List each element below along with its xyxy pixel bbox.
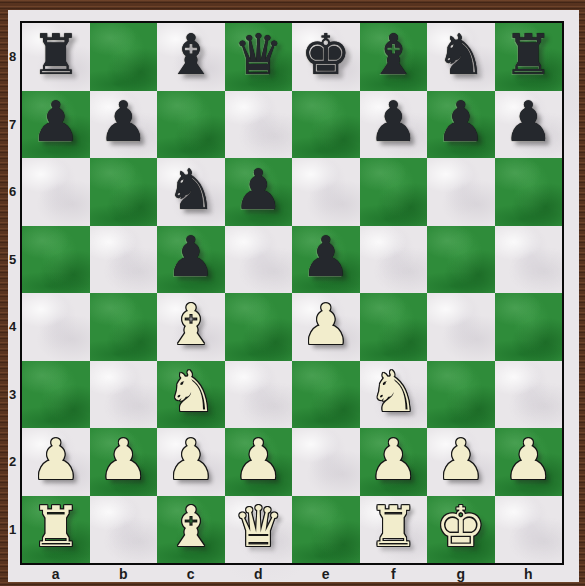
piece-black-bishop-c8[interactable]: ♝ xyxy=(166,27,216,83)
square-g6[interactable] xyxy=(427,158,495,226)
square-e4[interactable]: ♟ xyxy=(292,293,360,361)
rank-label-4: 4 xyxy=(6,293,19,361)
piece-white-queen-d1[interactable]: ♛ xyxy=(233,499,283,555)
piece-white-bishop-c4[interactable]: ♝ xyxy=(166,297,216,353)
piece-black-pawn-a7[interactable]: ♟ xyxy=(31,94,81,150)
square-f4[interactable] xyxy=(360,293,428,361)
piece-black-pawn-g7[interactable]: ♟ xyxy=(436,94,486,150)
square-e3[interactable] xyxy=(292,361,360,429)
square-h7[interactable]: ♟ xyxy=(495,91,563,159)
file-label-b: b xyxy=(90,565,158,582)
file-label-d: d xyxy=(225,565,293,582)
square-e5[interactable]: ♟ xyxy=(292,226,360,294)
file-labels: abcdefgh xyxy=(22,565,562,582)
file-label-a: a xyxy=(22,565,90,582)
square-d8[interactable]: ♛ xyxy=(225,23,293,91)
chess-diagram: 87654321 ♜♝♛♚♝♞♜♟♟♟♟♟♞♟♟♟♝♟♞♞♟♟♟♟♟♟♟♜♝♛♜… xyxy=(0,0,585,586)
square-c5[interactable]: ♟ xyxy=(157,226,225,294)
rank-label-2: 2 xyxy=(6,428,19,496)
square-h8[interactable]: ♜ xyxy=(495,23,563,91)
piece-white-knight-f3[interactable]: ♞ xyxy=(368,364,418,420)
square-b2[interactable]: ♟ xyxy=(90,428,158,496)
square-c7[interactable] xyxy=(157,91,225,159)
square-b6[interactable] xyxy=(90,158,158,226)
square-a7[interactable]: ♟ xyxy=(22,91,90,159)
piece-white-king-g1[interactable]: ♚ xyxy=(436,499,486,555)
square-b7[interactable]: ♟ xyxy=(90,91,158,159)
piece-white-knight-c3[interactable]: ♞ xyxy=(166,364,216,420)
square-c2[interactable]: ♟ xyxy=(157,428,225,496)
piece-white-pawn-c2[interactable]: ♟ xyxy=(166,432,216,488)
piece-white-rook-f1[interactable]: ♜ xyxy=(368,499,418,555)
square-f2[interactable]: ♟ xyxy=(360,428,428,496)
square-e6[interactable] xyxy=(292,158,360,226)
square-b3[interactable] xyxy=(90,361,158,429)
square-a2[interactable]: ♟ xyxy=(22,428,90,496)
piece-white-bishop-c1[interactable]: ♝ xyxy=(166,499,216,555)
square-d1[interactable]: ♛ xyxy=(225,496,293,564)
square-b5[interactable] xyxy=(90,226,158,294)
file-label-g: g xyxy=(427,565,495,582)
square-a3[interactable] xyxy=(22,361,90,429)
square-h3[interactable] xyxy=(495,361,563,429)
piece-white-pawn-e4[interactable]: ♟ xyxy=(301,297,351,353)
square-e1[interactable] xyxy=(292,496,360,564)
square-c6[interactable]: ♞ xyxy=(157,158,225,226)
rank-label-7: 7 xyxy=(6,91,19,159)
rank-label-3: 3 xyxy=(6,361,19,429)
piece-black-pawn-d6[interactable]: ♟ xyxy=(233,162,283,218)
piece-white-rook-a1[interactable]: ♜ xyxy=(31,499,81,555)
square-c4[interactable]: ♝ xyxy=(157,293,225,361)
square-b8[interactable] xyxy=(90,23,158,91)
square-b1[interactable] xyxy=(90,496,158,564)
square-d6[interactable]: ♟ xyxy=(225,158,293,226)
piece-black-pawn-b7[interactable]: ♟ xyxy=(98,94,148,150)
square-h1[interactable] xyxy=(495,496,563,564)
square-g5[interactable] xyxy=(427,226,495,294)
piece-black-rook-a8[interactable]: ♜ xyxy=(31,27,81,83)
piece-black-rook-h8[interactable]: ♜ xyxy=(503,27,553,83)
square-d3[interactable] xyxy=(225,361,293,429)
piece-black-pawn-f7[interactable]: ♟ xyxy=(368,94,418,150)
square-c3[interactable]: ♞ xyxy=(157,361,225,429)
square-f7[interactable]: ♟ xyxy=(360,91,428,159)
square-d2[interactable]: ♟ xyxy=(225,428,293,496)
piece-black-knight-g8[interactable]: ♞ xyxy=(436,27,486,83)
piece-white-pawn-h2[interactable]: ♟ xyxy=(503,432,553,488)
square-a5[interactable] xyxy=(22,226,90,294)
piece-black-pawn-e5[interactable]: ♟ xyxy=(301,229,351,285)
square-f1[interactable]: ♜ xyxy=(360,496,428,564)
piece-white-pawn-f2[interactable]: ♟ xyxy=(368,432,418,488)
square-e2[interactable] xyxy=(292,428,360,496)
rank-label-5: 5 xyxy=(6,226,19,294)
square-g2[interactable]: ♟ xyxy=(427,428,495,496)
square-g1[interactable]: ♚ xyxy=(427,496,495,564)
square-g3[interactable] xyxy=(427,361,495,429)
rank-label-1: 1 xyxy=(6,496,19,564)
square-e7[interactable] xyxy=(292,91,360,159)
square-b4[interactable] xyxy=(90,293,158,361)
file-label-e: e xyxy=(292,565,360,582)
piece-white-pawn-b2[interactable]: ♟ xyxy=(98,432,148,488)
square-a1[interactable]: ♜ xyxy=(22,496,90,564)
piece-white-pawn-g2[interactable]: ♟ xyxy=(436,432,486,488)
square-d5[interactable] xyxy=(225,226,293,294)
square-h4[interactable] xyxy=(495,293,563,361)
file-label-h: h xyxy=(495,565,563,582)
square-f5[interactable] xyxy=(360,226,428,294)
rank-label-8: 8 xyxy=(6,23,19,91)
piece-black-queen-d8[interactable]: ♛ xyxy=(233,27,283,83)
square-d7[interactable] xyxy=(225,91,293,159)
square-f3[interactable]: ♞ xyxy=(360,361,428,429)
square-c8[interactable]: ♝ xyxy=(157,23,225,91)
rank-labels: 87654321 xyxy=(6,23,19,563)
piece-black-knight-c6[interactable]: ♞ xyxy=(166,162,216,218)
square-h2[interactable]: ♟ xyxy=(495,428,563,496)
square-h5[interactable] xyxy=(495,226,563,294)
square-a8[interactable]: ♜ xyxy=(22,23,90,91)
square-f8[interactable]: ♝ xyxy=(360,23,428,91)
piece-white-pawn-a2[interactable]: ♟ xyxy=(31,432,81,488)
piece-black-bishop-f8[interactable]: ♝ xyxy=(368,27,418,83)
piece-black-pawn-c5[interactable]: ♟ xyxy=(166,229,216,285)
square-c1[interactable]: ♝ xyxy=(157,496,225,564)
piece-black-king-e8[interactable]: ♚ xyxy=(301,27,351,83)
piece-white-pawn-d2[interactable]: ♟ xyxy=(233,432,283,488)
square-g7[interactable]: ♟ xyxy=(427,91,495,159)
file-label-f: f xyxy=(360,565,428,582)
square-g8[interactable]: ♞ xyxy=(427,23,495,91)
piece-black-pawn-h7[interactable]: ♟ xyxy=(503,94,553,150)
square-e8[interactable]: ♚ xyxy=(292,23,360,91)
rank-label-6: 6 xyxy=(6,158,19,226)
square-d4[interactable] xyxy=(225,293,293,361)
square-f6[interactable] xyxy=(360,158,428,226)
square-g4[interactable] xyxy=(427,293,495,361)
file-label-c: c xyxy=(157,565,225,582)
square-h6[interactable] xyxy=(495,158,563,226)
chess-board: ♜♝♛♚♝♞♜♟♟♟♟♟♞♟♟♟♝♟♞♞♟♟♟♟♟♟♟♜♝♛♜♚ xyxy=(20,21,564,565)
square-a6[interactable] xyxy=(22,158,90,226)
square-a4[interactable] xyxy=(22,293,90,361)
